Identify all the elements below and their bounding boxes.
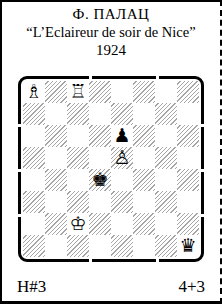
square-d7	[89, 103, 111, 125]
square-f2	[133, 213, 155, 235]
frame-tick	[18, 169, 21, 172]
square-h8	[177, 81, 199, 103]
square-g1	[155, 235, 177, 257]
square-d1	[89, 235, 111, 257]
stipulation-label: H#3	[17, 277, 46, 297]
square-h1: ♛	[177, 235, 199, 257]
square-e1	[111, 235, 133, 257]
square-g6	[155, 125, 177, 147]
square-a4	[23, 169, 45, 191]
square-b3	[45, 191, 67, 213]
square-e2	[111, 213, 133, 235]
diagram-header: Ф. ПАЛАЦ “L’Eclaireur de soir de Nice” 1…	[2, 2, 220, 59]
white-pawn-icon: ♙	[113, 148, 130, 167]
square-b8	[45, 81, 67, 103]
square-e7	[111, 103, 133, 125]
square-g2	[155, 213, 177, 235]
square-c8: ♖	[67, 81, 89, 103]
white-rook-icon: ♖	[69, 82, 86, 101]
square-a6	[23, 125, 45, 147]
square-b2	[45, 213, 67, 235]
square-h2	[177, 213, 199, 235]
square-a2	[23, 213, 45, 235]
square-a1	[23, 235, 45, 257]
square-g5	[155, 147, 177, 169]
black-king-icon: ♚	[91, 170, 108, 189]
square-f8	[133, 81, 155, 103]
square-d8	[89, 81, 111, 103]
square-b6	[45, 125, 67, 147]
square-b1	[45, 235, 67, 257]
square-c2: ♔	[67, 213, 89, 235]
square-b4	[45, 169, 67, 191]
frame-tick	[156, 76, 159, 79]
square-a3	[23, 191, 45, 213]
frame-tick	[201, 169, 204, 172]
square-h5	[177, 147, 199, 169]
square-d6	[89, 125, 111, 147]
square-e3	[111, 191, 133, 213]
square-f3	[133, 191, 155, 213]
square-g3	[155, 191, 177, 213]
square-d5	[89, 147, 111, 169]
square-e6: ♟	[111, 125, 133, 147]
square-d2	[89, 213, 111, 235]
square-b5	[45, 147, 67, 169]
black-pawn-icon: ♟	[113, 126, 130, 145]
square-g7	[155, 103, 177, 125]
diagram-footer: H#3 4+3	[2, 277, 220, 297]
frame-tick	[89, 76, 92, 79]
square-d3	[89, 191, 111, 213]
frame-tick	[156, 259, 159, 262]
square-f6	[133, 125, 155, 147]
square-f4	[133, 169, 155, 191]
source-title: “L’Eclaireur de soir de Nice”	[2, 23, 220, 41]
square-e5: ♙	[111, 147, 133, 169]
problem-diagram-page: Ф. ПАЛАЦ “L’Eclaireur de soir de Nice” 1…	[0, 0, 222, 304]
square-f1	[133, 235, 155, 257]
square-c7	[67, 103, 89, 125]
composer-name: Ф. ПАЛАЦ	[2, 5, 220, 23]
frame-tick	[89, 259, 92, 262]
square-a5	[23, 147, 45, 169]
white-king-icon: ♔	[69, 214, 86, 233]
square-d4: ♚	[89, 169, 111, 191]
frame-tick	[18, 214, 21, 217]
square-h4	[177, 169, 199, 191]
board-area: ♗♖♟♙♚♔♛	[2, 76, 220, 262]
white-bishop-icon: ♗	[25, 82, 42, 101]
frame-tick	[201, 124, 204, 127]
frame-tick	[201, 214, 204, 217]
square-c6	[67, 125, 89, 147]
frame-tick	[18, 124, 21, 127]
square-h6	[177, 125, 199, 147]
square-f7	[133, 103, 155, 125]
chess-board: ♗♖♟♙♚♔♛	[23, 81, 199, 257]
square-f5	[133, 147, 155, 169]
black-queen-icon: ♛	[179, 236, 196, 255]
publication-year: 1924	[2, 41, 220, 59]
square-e4	[111, 169, 133, 191]
square-b7	[45, 103, 67, 125]
square-a8: ♗	[23, 81, 45, 103]
square-g4	[155, 169, 177, 191]
square-a7	[23, 103, 45, 125]
square-h7	[177, 103, 199, 125]
square-c3	[67, 191, 89, 213]
square-e8	[111, 81, 133, 103]
square-c5	[67, 147, 89, 169]
square-h3	[177, 191, 199, 213]
square-c1	[67, 235, 89, 257]
material-count-label: 4+3	[178, 277, 205, 297]
square-c4	[67, 169, 89, 191]
square-g8	[155, 81, 177, 103]
board-frame: ♗♖♟♙♚♔♛	[18, 76, 204, 262]
